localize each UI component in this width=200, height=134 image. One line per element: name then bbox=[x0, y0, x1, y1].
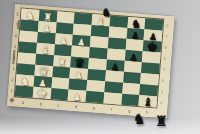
square-d6[interactable]: ♟ bbox=[72, 35, 91, 47]
white-knight[interactable]: ♞ bbox=[21, 10, 40, 22]
square-b8[interactable]: ♜ bbox=[38, 10, 57, 22]
coordinate-label: 4 bbox=[161, 64, 167, 75]
square-b1[interactable]: ♚ bbox=[32, 87, 51, 99]
square-h6[interactable]: ♚ bbox=[143, 40, 162, 52]
black-queen[interactable]: ♛ bbox=[70, 57, 89, 70]
coordinate-label: 5 bbox=[162, 53, 168, 64]
white-pawn[interactable]: ♟ bbox=[69, 71, 87, 81]
square-a2[interactable]: ♞ bbox=[16, 74, 35, 86]
coordinate-label: f bbox=[103, 107, 121, 112]
black-bishop[interactable]: ♝ bbox=[139, 96, 158, 108]
coordinate-label: a bbox=[14, 100, 32, 105]
captured-black-knight-on-border[interactable]: ♞ bbox=[101, 7, 112, 19]
coordinate-label: 6 bbox=[163, 42, 169, 53]
board: ♞♜♝♞♟♟♟♟♟♚♝♟♜♛♟♛♟♞♟♚♟♝ bbox=[15, 9, 163, 108]
white-rook[interactable]: ♜ bbox=[53, 57, 71, 68]
square-d1[interactable]: ♟ bbox=[68, 89, 87, 101]
square-g5[interactable]: ♟ bbox=[124, 50, 143, 62]
black-pawn[interactable]: ♟ bbox=[126, 31, 144, 41]
square-a8[interactable]: ♞ bbox=[21, 9, 40, 21]
coordinate-label: 7 bbox=[163, 31, 169, 42]
square-g1[interactable] bbox=[121, 94, 140, 106]
square-b5[interactable]: ♝ bbox=[36, 43, 55, 55]
white-pawn[interactable]: ♟ bbox=[38, 24, 56, 34]
coordinate-label: 8 bbox=[164, 20, 170, 31]
square-g8[interactable]: ♞ bbox=[127, 17, 146, 29]
coordinate-label: 1 bbox=[158, 97, 164, 108]
white-pawn[interactable]: ♟ bbox=[72, 38, 90, 48]
square-f4[interactable]: ♟ bbox=[106, 59, 125, 71]
coordinate-label: d bbox=[67, 104, 85, 109]
coordinate-label: e bbox=[85, 106, 103, 111]
coordinate-label: 2 bbox=[159, 86, 165, 97]
photo-scene: ♞♜♝♞♟♟♟♟♟♚♝♟♜♛♟♛♟♞♟♚♟♝ abcdefgh 87654321… bbox=[0, 0, 200, 134]
square-d4[interactable]: ♛ bbox=[70, 57, 89, 69]
coordinate-label: 3 bbox=[11, 63, 17, 74]
coordinate-label: 3 bbox=[160, 75, 166, 86]
square-c6[interactable]: ♟ bbox=[54, 33, 73, 45]
coordinate-label: c bbox=[50, 103, 68, 108]
square-h1[interactable]: ♝ bbox=[139, 95, 158, 107]
coordinate-label: 8 bbox=[15, 8, 21, 19]
black-knight[interactable]: ♞ bbox=[127, 18, 146, 30]
coordinate-label: 2 bbox=[10, 74, 16, 85]
square-b3[interactable]: ♛ bbox=[34, 65, 53, 77]
black-pawn[interactable]: ♟ bbox=[124, 53, 142, 63]
white-queen[interactable]: ♛ bbox=[34, 65, 53, 78]
white-pawn[interactable]: ♟ bbox=[68, 92, 86, 102]
square-c4[interactable]: ♜ bbox=[53, 55, 72, 67]
coordinate-label: b bbox=[32, 102, 50, 107]
white-knight[interactable]: ♞ bbox=[16, 75, 35, 87]
black-pawn[interactable]: ♟ bbox=[106, 62, 124, 72]
coordinate-label: 6 bbox=[13, 30, 19, 41]
captured-black-rook-on-table[interactable]: ♜ bbox=[155, 114, 168, 128]
square-f1[interactable] bbox=[103, 92, 122, 104]
captured-black-knight-on-table[interactable]: ♞ bbox=[133, 112, 146, 126]
white-bishop[interactable]: ♝ bbox=[36, 44, 55, 56]
square-e1[interactable] bbox=[86, 91, 105, 103]
mat-corner-logo-icon: ◈ bbox=[9, 97, 15, 104]
square-c1[interactable] bbox=[50, 88, 69, 100]
coordinate-label: 1 bbox=[9, 85, 15, 96]
chess-mat: ♞♜♝♞♟♟♟♟♟♚♝♟♜♛♟♛♟♞♟♚♟♝ abcdefgh 87654321… bbox=[7, 4, 175, 118]
black-king[interactable]: ♚ bbox=[143, 40, 162, 53]
white-pawn[interactable]: ♟ bbox=[54, 36, 72, 46]
white-king[interactable]: ♚ bbox=[32, 87, 51, 100]
white-rook[interactable]: ♜ bbox=[38, 12, 56, 23]
